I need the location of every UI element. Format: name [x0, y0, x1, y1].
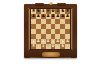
- chess-case: ♜♞♝♛♚♝♞♜♟♟♟♟♟♟♟♟♟♟♟♟♟♟♟♟♜♞♝♛♚♝♞♜: [24, 4, 77, 58]
- white-bishop-piece: ♝: [41, 44, 45, 49]
- white-bishop-piece: ♝: [56, 44, 60, 49]
- white-rook-piece: ♜: [66, 44, 70, 49]
- photo-background: ♜♞♝♛♚♝♞♜♟♟♟♟♟♟♟♟♟♟♟♟♟♟♟♟♜♞♝♛♚♝♞♜: [0, 0, 100, 67]
- inlay-border: ♜♞♝♛♚♝♞♜♟♟♟♟♟♟♟♟♟♟♟♟♟♟♟♟♜♞♝♛♚♝♞♜: [28, 8, 73, 50]
- top-right-carving: [57, 3, 66, 6]
- white-rook-piece: ♜: [31, 44, 35, 49]
- white-queen-piece: ♛: [46, 44, 50, 49]
- top-center-finial: [49, 2, 52, 5]
- white-knight-piece: ♞: [36, 44, 40, 49]
- square-h1: ♜: [65, 44, 70, 49]
- chess-board: ♜♞♝♛♚♝♞♜♟♟♟♟♟♟♟♟♟♟♟♟♟♟♟♟♜♞♝♛♚♝♞♜: [30, 8, 71, 50]
- top-left-carving: [35, 3, 44, 6]
- white-knight-piece: ♞: [61, 44, 65, 49]
- white-king-piece: ♚: [51, 44, 55, 49]
- bottom-trim-line: [30, 57, 71, 58]
